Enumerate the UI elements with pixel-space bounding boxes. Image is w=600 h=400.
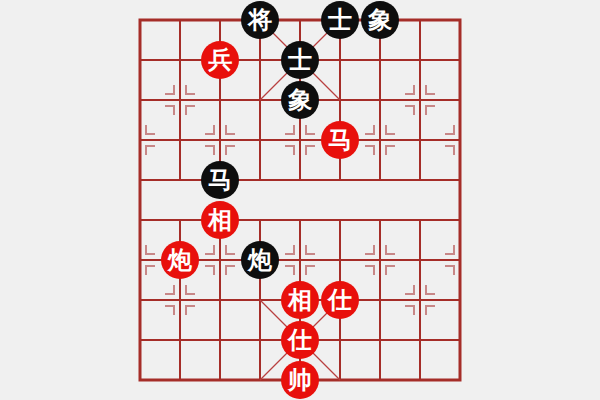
- xiangqi-app: 将士象兵士象马马相炮炮相仕仕帅: [0, 0, 600, 400]
- xiangqi-board[interactable]: 将士象兵士象马马相炮炮相仕仕帅: [120, 0, 480, 400]
- black-cannon[interactable]: 炮: [241, 241, 279, 279]
- black-general[interactable]: 将: [241, 1, 279, 39]
- red-cannon[interactable]: 炮: [161, 241, 199, 279]
- red-elephant[interactable]: 相: [281, 281, 319, 319]
- black-advisor[interactable]: 士: [281, 41, 319, 79]
- black-advisor[interactable]: 士: [321, 1, 359, 39]
- red-advisor[interactable]: 仕: [281, 321, 319, 359]
- red-horse[interactable]: 马: [321, 121, 359, 159]
- black-elephant[interactable]: 象: [361, 1, 399, 39]
- red-pawn[interactable]: 兵: [201, 41, 239, 79]
- red-general[interactable]: 帅: [281, 361, 319, 399]
- black-elephant[interactable]: 象: [281, 81, 319, 119]
- red-advisor[interactable]: 仕: [321, 281, 359, 319]
- red-elephant[interactable]: 相: [201, 201, 239, 239]
- black-horse[interactable]: 马: [201, 161, 239, 199]
